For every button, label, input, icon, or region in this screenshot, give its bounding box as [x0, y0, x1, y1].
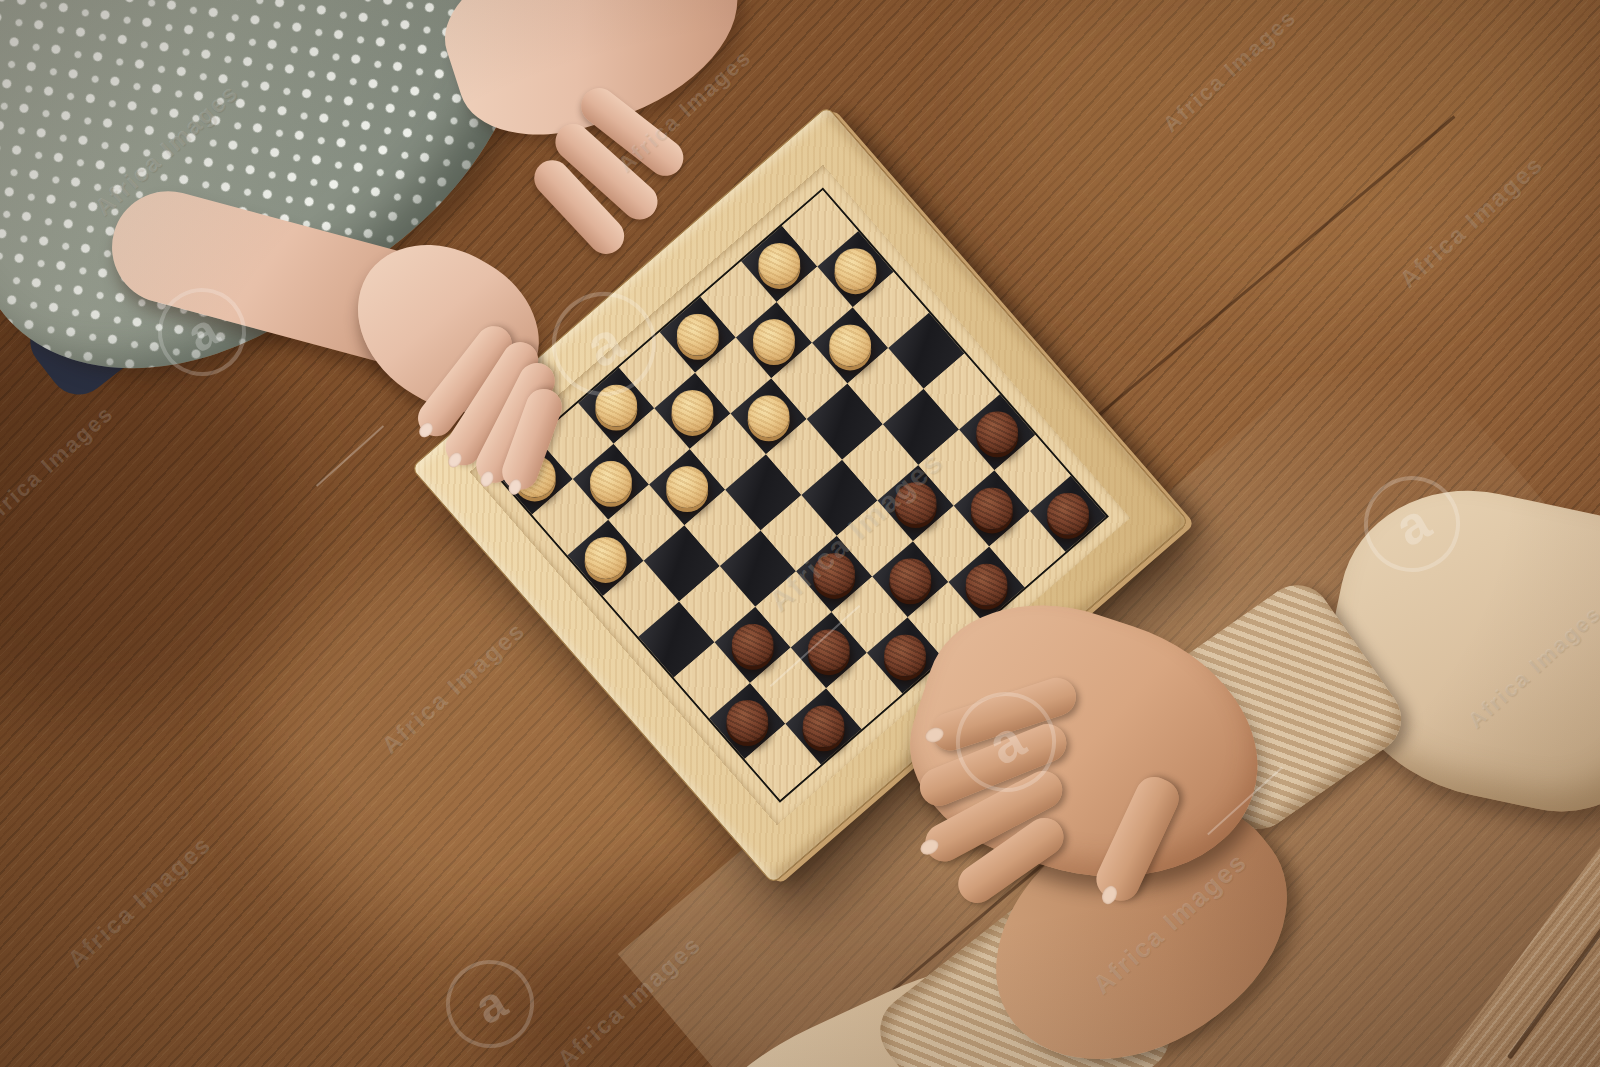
checker-piece-dark[interactable] — [1047, 493, 1089, 535]
checker-piece-dark[interactable] — [884, 634, 926, 676]
photo-scene: Africa ImagesAfrica ImagesAfrica ImagesA… — [0, 0, 1600, 1067]
checker-piece-light[interactable] — [758, 243, 800, 285]
checker-piece-dark[interactable] — [895, 482, 937, 524]
checker-piece-light[interactable] — [666, 466, 708, 508]
checker-piece-dark[interactable] — [971, 487, 1013, 529]
checker-piece-light[interactable] — [829, 324, 871, 366]
checker-piece-light[interactable] — [677, 314, 719, 356]
checker-piece-light[interactable] — [671, 390, 713, 432]
checker-piece-dark[interactable] — [976, 411, 1018, 453]
checker-piece-dark[interactable] — [732, 624, 774, 666]
checker-piece-light[interactable] — [748, 395, 790, 437]
checker-piece-light[interactable] — [595, 385, 637, 427]
checker-piece-dark[interactable] — [966, 564, 1008, 606]
checker-piece-light[interactable] — [753, 319, 795, 361]
checker-piece-light[interactable] — [590, 461, 632, 503]
checker-piece-dark[interactable] — [803, 705, 845, 747]
checker-piece-dark[interactable] — [813, 553, 855, 595]
checker-piece-dark[interactable] — [808, 629, 850, 671]
checker-piece-light[interactable] — [585, 537, 627, 579]
checker-piece-dark[interactable] — [889, 558, 931, 600]
checker-piece-dark[interactable] — [726, 700, 768, 742]
checker-piece-light[interactable] — [834, 248, 876, 290]
